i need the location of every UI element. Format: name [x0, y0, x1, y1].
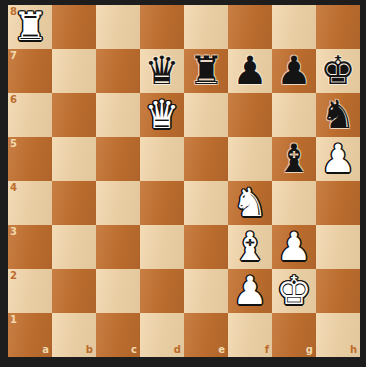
square-d8[interactable]	[140, 5, 184, 49]
square-g8[interactable]	[272, 5, 316, 49]
black-bishop-g5[interactable]: ♝	[272, 137, 316, 181]
file-label-h: h	[350, 345, 357, 355]
square-f3[interactable]: ♝	[228, 225, 272, 269]
square-f2[interactable]: ♟	[228, 269, 272, 313]
square-h4[interactable]	[316, 181, 360, 225]
square-g7[interactable]: ♟	[272, 49, 316, 93]
black-knight-h6[interactable]: ♞	[316, 93, 360, 137]
square-e3[interactable]	[184, 225, 228, 269]
square-d6[interactable]: ♛	[140, 93, 184, 137]
square-b6[interactable]	[52, 93, 96, 137]
square-e5[interactable]	[184, 137, 228, 181]
square-a3[interactable]: 3	[8, 225, 52, 269]
square-a6[interactable]: 6	[8, 93, 52, 137]
square-b2[interactable]	[52, 269, 96, 313]
square-d7[interactable]: ♛	[140, 49, 184, 93]
square-e1[interactable]: e	[184, 313, 228, 357]
square-a4[interactable]: 4	[8, 181, 52, 225]
white-bishop-f3[interactable]: ♝	[228, 225, 272, 269]
square-g6[interactable]	[272, 93, 316, 137]
white-pawn-f2[interactable]: ♟	[228, 269, 272, 313]
square-h1[interactable]: h	[316, 313, 360, 357]
square-h5[interactable]: ♟	[316, 137, 360, 181]
square-b4[interactable]	[52, 181, 96, 225]
square-c5[interactable]	[96, 137, 140, 181]
square-c7[interactable]	[96, 49, 140, 93]
black-queen-d7[interactable]: ♛	[140, 49, 184, 93]
square-f6[interactable]	[228, 93, 272, 137]
rank-label-1: 1	[10, 315, 17, 325]
square-h8[interactable]	[316, 5, 360, 49]
black-king-h7[interactable]: ♚	[316, 49, 360, 93]
square-a8[interactable]: 8♜	[8, 5, 52, 49]
rank-label-4: 4	[10, 183, 17, 193]
square-f5[interactable]	[228, 137, 272, 181]
square-a7[interactable]: 7	[8, 49, 52, 93]
square-f4[interactable]: ♞	[228, 181, 272, 225]
white-king-g2[interactable]: ♚	[272, 269, 316, 313]
rank-label-7: 7	[10, 51, 17, 61]
square-e4[interactable]	[184, 181, 228, 225]
square-a1[interactable]: 1a	[8, 313, 52, 357]
square-f7[interactable]: ♟	[228, 49, 272, 93]
square-d2[interactable]	[140, 269, 184, 313]
file-label-f: f	[265, 345, 269, 355]
white-rook-a8[interactable]: ♜	[8, 5, 52, 49]
square-h2[interactable]	[316, 269, 360, 313]
white-pawn-g3[interactable]: ♟	[272, 225, 316, 269]
file-label-g: g	[306, 345, 313, 355]
file-label-a: a	[42, 345, 49, 355]
square-h3[interactable]	[316, 225, 360, 269]
square-e8[interactable]	[184, 5, 228, 49]
square-h6[interactable]: ♞	[316, 93, 360, 137]
file-label-c: c	[131, 345, 137, 355]
square-d5[interactable]	[140, 137, 184, 181]
rank-label-3: 3	[10, 227, 17, 237]
black-pawn-g7[interactable]: ♟	[272, 49, 316, 93]
square-c1[interactable]: c	[96, 313, 140, 357]
white-queen-d6[interactable]: ♛	[140, 93, 184, 137]
square-f8[interactable]	[228, 5, 272, 49]
square-c6[interactable]	[96, 93, 140, 137]
square-g5[interactable]: ♝	[272, 137, 316, 181]
square-c8[interactable]	[96, 5, 140, 49]
square-e7[interactable]: ♜	[184, 49, 228, 93]
square-e6[interactable]	[184, 93, 228, 137]
rank-label-5: 5	[10, 139, 17, 149]
square-b7[interactable]	[52, 49, 96, 93]
file-label-e: e	[218, 345, 225, 355]
square-d1[interactable]: d	[140, 313, 184, 357]
chess-board[interactable]: 8♜7♛♜♟♟♚6♛♞5♝♟4♞3♝♟2♟♚1abcdefgh	[8, 5, 360, 357]
white-pawn-h5[interactable]: ♟	[316, 137, 360, 181]
square-d3[interactable]	[140, 225, 184, 269]
square-a2[interactable]: 2	[8, 269, 52, 313]
file-label-d: d	[174, 345, 181, 355]
file-label-b: b	[86, 345, 93, 355]
black-rook-e7[interactable]: ♜	[184, 49, 228, 93]
square-g4[interactable]	[272, 181, 316, 225]
square-c4[interactable]	[96, 181, 140, 225]
square-c2[interactable]	[96, 269, 140, 313]
square-g3[interactable]: ♟	[272, 225, 316, 269]
board-frame: 8♜7♛♜♟♟♚6♛♞5♝♟4♞3♝♟2♟♚1abcdefgh	[0, 0, 366, 367]
rank-label-6: 6	[10, 95, 17, 105]
square-g2[interactable]: ♚	[272, 269, 316, 313]
square-g1[interactable]: g	[272, 313, 316, 357]
square-f1[interactable]: f	[228, 313, 272, 357]
square-b3[interactable]	[52, 225, 96, 269]
rank-label-2: 2	[10, 271, 17, 281]
square-c3[interactable]	[96, 225, 140, 269]
square-b8[interactable]	[52, 5, 96, 49]
square-e2[interactable]	[184, 269, 228, 313]
white-knight-f4[interactable]: ♞	[228, 181, 272, 225]
square-h7[interactable]: ♚	[316, 49, 360, 93]
square-a5[interactable]: 5	[8, 137, 52, 181]
black-pawn-f7[interactable]: ♟	[228, 49, 272, 93]
square-b1[interactable]: b	[52, 313, 96, 357]
square-b5[interactable]	[52, 137, 96, 181]
square-d4[interactable]	[140, 181, 184, 225]
